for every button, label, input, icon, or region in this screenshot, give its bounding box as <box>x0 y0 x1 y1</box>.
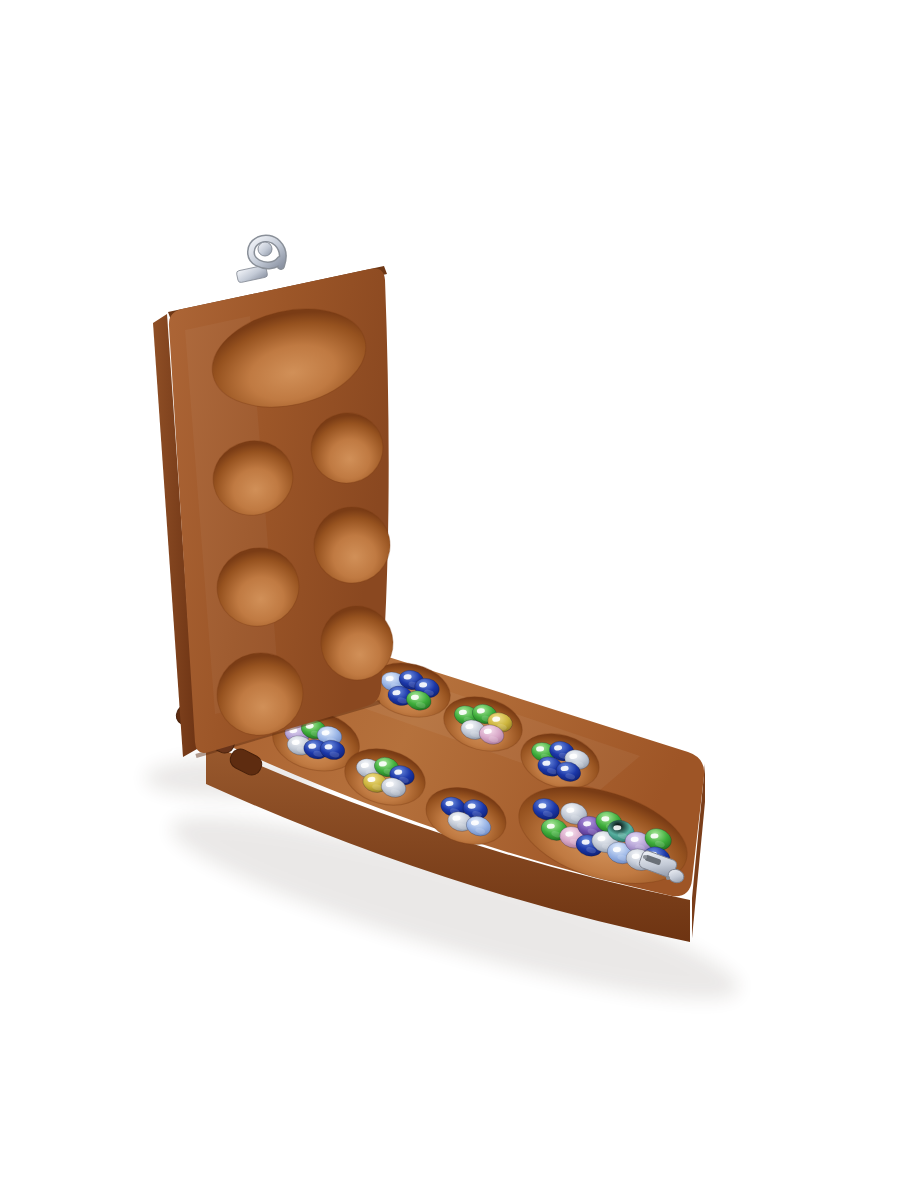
lid-half <box>153 266 400 757</box>
catch-screw <box>666 876 670 880</box>
white-backdrop <box>0 0 900 1200</box>
product-photo-stage <box>0 0 900 1200</box>
catch-screw <box>643 855 647 859</box>
latch-knob <box>258 242 272 256</box>
mancala-board-photo <box>0 0 900 1200</box>
